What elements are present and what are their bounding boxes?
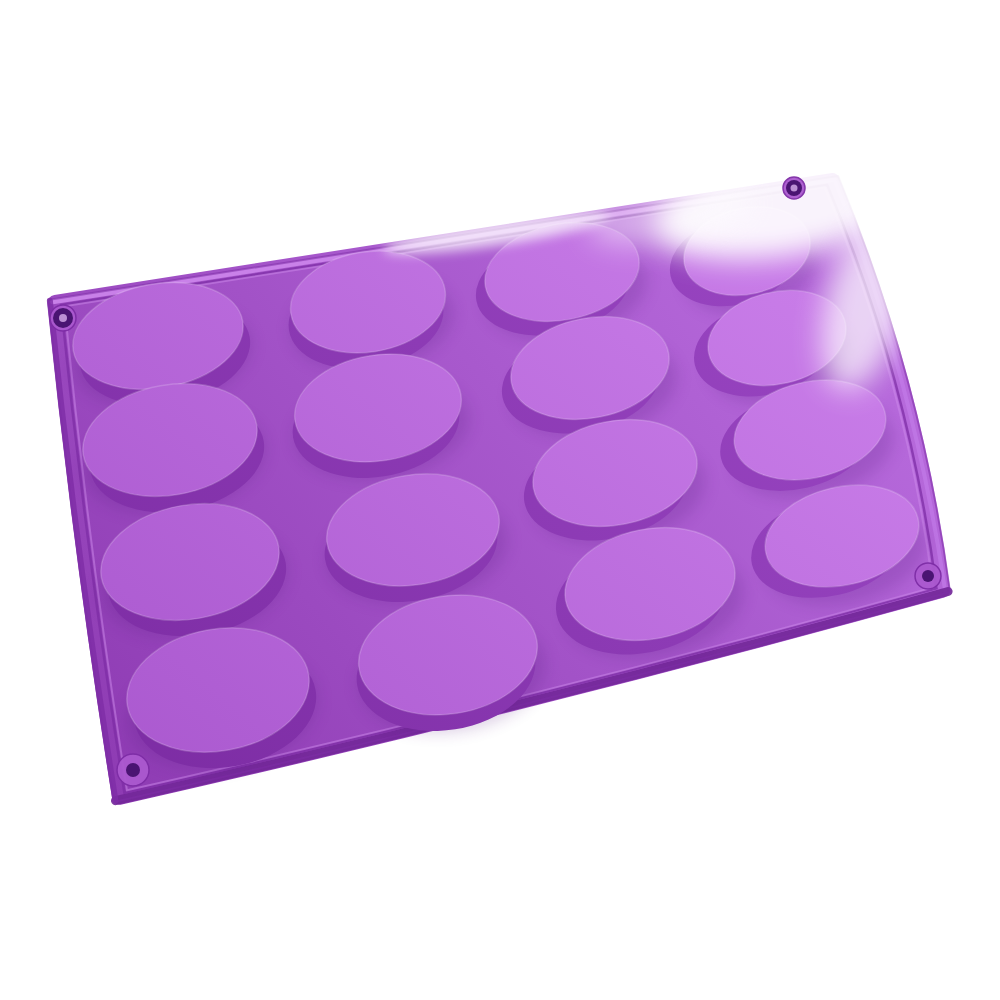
silicone-mold-illustration	[0, 0, 1000, 1000]
corner-hole-bottom-left	[117, 754, 149, 786]
corner-hole-top-right	[783, 177, 805, 199]
corner-hole-top-left	[50, 305, 76, 331]
corner-hole-bore	[922, 570, 934, 582]
product-photo	[0, 0, 1000, 1000]
corner-hole-through-light	[791, 185, 798, 192]
corner-hole-bore	[126, 763, 140, 777]
corner-hole-bottom-right	[915, 563, 941, 589]
corner-hole-through-light	[59, 314, 67, 322]
